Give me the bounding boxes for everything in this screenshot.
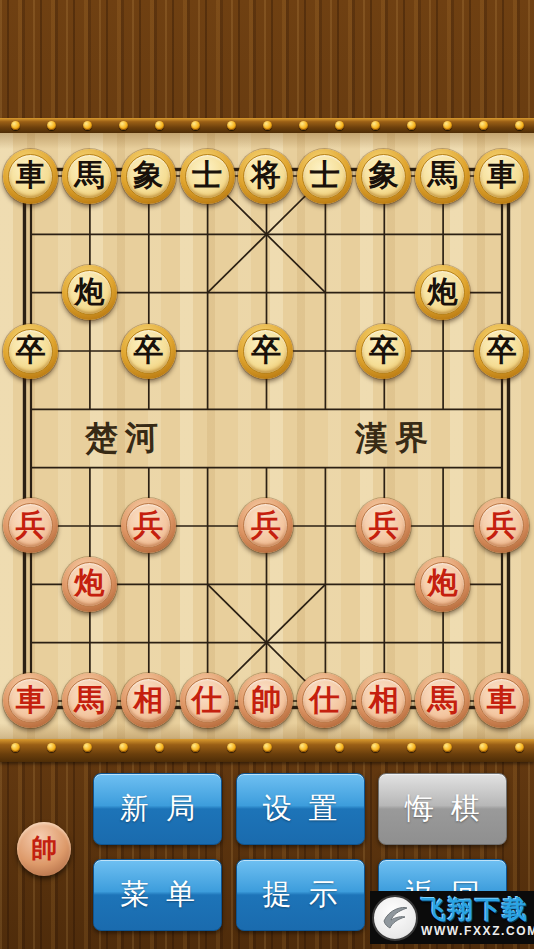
piece-glyph: 兵 xyxy=(369,510,399,540)
black-advisor[interactable]: 士 xyxy=(297,149,352,204)
piece-glyph: 仕 xyxy=(310,685,340,715)
piece-face: 兵 xyxy=(8,503,53,548)
red-general[interactable]: 帥 xyxy=(238,673,293,728)
piece-glyph: 卒 xyxy=(15,335,45,365)
rivet-icon xyxy=(371,743,380,752)
rivet-icon xyxy=(443,743,452,752)
piece-face: 馬 xyxy=(67,678,112,723)
piece-face: 相 xyxy=(126,678,171,723)
red-cannon[interactable]: 炮 xyxy=(415,557,470,612)
piece-glyph: 馬 xyxy=(428,160,458,190)
piece-face: 士 xyxy=(302,154,347,199)
rivet-icon xyxy=(407,743,416,752)
piece-glyph: 卒 xyxy=(251,335,281,365)
black-cannon[interactable]: 炮 xyxy=(415,265,470,320)
black-soldier[interactable]: 卒 xyxy=(356,324,411,379)
rivet-icon xyxy=(191,121,200,130)
download-site-watermark: 飞翔下载 WWW.FXXZ.COM xyxy=(370,891,534,944)
black-elephant[interactable]: 象 xyxy=(121,149,176,204)
red-soldier[interactable]: 兵 xyxy=(121,498,176,553)
black-elephant[interactable]: 象 xyxy=(356,149,411,204)
rivet-icon xyxy=(119,121,128,130)
piece-face: 将 xyxy=(243,154,288,199)
watermark-site-name: 飞翔下载 xyxy=(421,897,529,923)
piece-face: 車 xyxy=(479,678,524,723)
red-elephant[interactable]: 相 xyxy=(121,673,176,728)
piece-face: 仕 xyxy=(185,678,230,723)
piece-glyph: 卒 xyxy=(369,335,399,365)
button-hint[interactable]: 提示 xyxy=(236,859,365,931)
piece-glyph: 炮 xyxy=(74,277,104,307)
red-horse[interactable]: 馬 xyxy=(415,673,470,728)
watermark-text: 飞翔下载 WWW.FXXZ.COM xyxy=(421,897,534,938)
rivet-icon xyxy=(443,121,452,130)
button-new-game[interactable]: 新局 xyxy=(93,773,222,845)
red-soldier[interactable]: 兵 xyxy=(356,498,411,553)
red-cannon[interactable]: 炮 xyxy=(62,557,117,612)
watermark-url: WWW.FXXZ.COM xyxy=(421,924,534,938)
piece-glyph: 馬 xyxy=(74,160,104,190)
rivet-icon xyxy=(299,743,308,752)
red-advisor[interactable]: 仕 xyxy=(297,673,352,728)
piece-glyph: 仕 xyxy=(192,685,222,715)
piece-glyph: 兵 xyxy=(133,510,163,540)
board-top-rivet-strip xyxy=(0,118,534,133)
red-chariot[interactable]: 車 xyxy=(474,673,529,728)
rivet-icon xyxy=(155,121,164,130)
rivet-icon xyxy=(263,121,272,130)
piece-face: 象 xyxy=(126,154,171,199)
piece-face: 炮 xyxy=(67,562,112,607)
piece-face: 卒 xyxy=(361,329,406,374)
button-settings[interactable]: 设置 xyxy=(236,773,365,845)
piece-glyph: 相 xyxy=(133,685,163,715)
piece-face: 馬 xyxy=(420,678,465,723)
red-elephant[interactable]: 相 xyxy=(356,673,411,728)
turn-indicator-badge: 帥 xyxy=(17,822,71,876)
piece-glyph: 馬 xyxy=(74,685,104,715)
red-chariot[interactable]: 車 xyxy=(3,673,58,728)
piece-glyph: 炮 xyxy=(428,568,458,598)
rivet-icon xyxy=(11,743,20,752)
rivet-icon xyxy=(191,743,200,752)
piece-face: 兵 xyxy=(243,503,288,548)
piece-glyph: 炮 xyxy=(74,568,104,598)
piece-glyph: 車 xyxy=(486,685,516,715)
piece-glyph: 相 xyxy=(369,685,399,715)
piece-face: 卒 xyxy=(479,329,524,374)
piece-face: 車 xyxy=(479,154,524,199)
black-soldier[interactable]: 卒 xyxy=(474,324,529,379)
black-horse[interactable]: 馬 xyxy=(415,149,470,204)
rivet-icon xyxy=(299,121,308,130)
piece-face: 帥 xyxy=(243,678,288,723)
rivet-icon xyxy=(479,743,488,752)
red-soldier[interactable]: 兵 xyxy=(238,498,293,553)
button-menu[interactable]: 菜单 xyxy=(93,859,222,931)
piece-face: 象 xyxy=(361,154,406,199)
red-horse[interactable]: 馬 xyxy=(62,673,117,728)
black-soldier[interactable]: 卒 xyxy=(238,324,293,379)
xiangqi-app-screen: 楚河 漢界 車馬象士将士象馬車炮炮卒卒卒卒卒兵兵兵兵兵炮炮車馬相仕帥仕相馬車 帥… xyxy=(0,0,534,949)
rivet-icon xyxy=(227,121,236,130)
black-general[interactable]: 将 xyxy=(238,149,293,204)
piece-glyph: 兵 xyxy=(15,510,45,540)
piece-face: 相 xyxy=(361,678,406,723)
piece-glyph: 将 xyxy=(251,160,281,190)
rivet-icon xyxy=(47,743,56,752)
piece-face: 卒 xyxy=(8,329,53,374)
piece-glyph: 車 xyxy=(15,685,45,715)
piece-glyph: 炮 xyxy=(428,277,458,307)
black-advisor[interactable]: 士 xyxy=(180,149,235,204)
bird-swoosh-icon xyxy=(377,900,413,936)
button-undo[interactable]: 悔棋 xyxy=(378,773,507,845)
piece-face: 仕 xyxy=(302,678,347,723)
black-soldier[interactable]: 卒 xyxy=(3,324,58,379)
piece-glyph: 士 xyxy=(192,160,222,190)
piece-glyph: 卒 xyxy=(133,335,163,365)
rivet-icon xyxy=(263,743,272,752)
red-general-badge-glyph: 帥 xyxy=(31,835,57,861)
red-advisor[interactable]: 仕 xyxy=(180,673,235,728)
piece-face: 炮 xyxy=(67,270,112,315)
black-chariot[interactable]: 車 xyxy=(3,149,58,204)
piece-face: 馬 xyxy=(420,154,465,199)
rivet-icon xyxy=(83,743,92,752)
rivet-icon xyxy=(371,121,380,130)
piece-glyph: 兵 xyxy=(486,510,516,540)
black-cannon[interactable]: 炮 xyxy=(62,265,117,320)
piece-face: 炮 xyxy=(420,562,465,607)
rivet-icon xyxy=(407,121,416,130)
rivet-icon xyxy=(335,743,344,752)
piece-face: 兵 xyxy=(479,503,524,548)
red-soldier[interactable]: 兵 xyxy=(3,498,58,553)
fxxz-logo-icon xyxy=(372,895,418,941)
rivet-icon xyxy=(155,743,164,752)
piece-glyph: 帥 xyxy=(251,685,281,715)
rivet-icon xyxy=(11,121,20,130)
black-chariot[interactable]: 車 xyxy=(474,149,529,204)
piece-face: 卒 xyxy=(126,329,171,374)
rivet-icon xyxy=(119,743,128,752)
board-bottom-rivet-strip xyxy=(0,739,534,762)
piece-face: 車 xyxy=(8,678,53,723)
rivet-icon xyxy=(83,121,92,130)
piece-glyph: 馬 xyxy=(428,685,458,715)
rivet-icon xyxy=(515,743,524,752)
black-soldier[interactable]: 卒 xyxy=(121,324,176,379)
piece-face: 卒 xyxy=(243,329,288,374)
rivet-icon xyxy=(515,121,524,130)
rivet-icon xyxy=(479,121,488,130)
piece-glyph: 車 xyxy=(15,160,45,190)
red-soldier[interactable]: 兵 xyxy=(474,498,529,553)
piece-face: 士 xyxy=(185,154,230,199)
piece-face: 車 xyxy=(8,154,53,199)
piece-face: 馬 xyxy=(67,154,112,199)
piece-glyph: 象 xyxy=(369,160,399,190)
piece-glyph: 卒 xyxy=(486,335,516,365)
piece-face: 兵 xyxy=(126,503,171,548)
rivet-icon xyxy=(335,121,344,130)
piece-glyph: 兵 xyxy=(251,510,281,540)
piece-glyph: 車 xyxy=(486,160,516,190)
piece-glyph: 士 xyxy=(310,160,340,190)
piece-face: 炮 xyxy=(420,270,465,315)
rivet-icon xyxy=(227,743,236,752)
piece-glyph: 象 xyxy=(133,160,163,190)
black-horse[interactable]: 馬 xyxy=(62,149,117,204)
xiangqi-board[interactable]: 楚河 漢界 車馬象士将士象馬車炮炮卒卒卒卒卒兵兵兵兵兵炮炮車馬相仕帥仕相馬車 xyxy=(0,133,534,739)
rivet-icon xyxy=(47,121,56,130)
pieces-grid: 車馬象士将士象馬車炮炮卒卒卒卒卒兵兵兵兵兵炮炮車馬相仕帥仕相馬車 xyxy=(1,147,531,730)
piece-face: 兵 xyxy=(361,503,406,548)
